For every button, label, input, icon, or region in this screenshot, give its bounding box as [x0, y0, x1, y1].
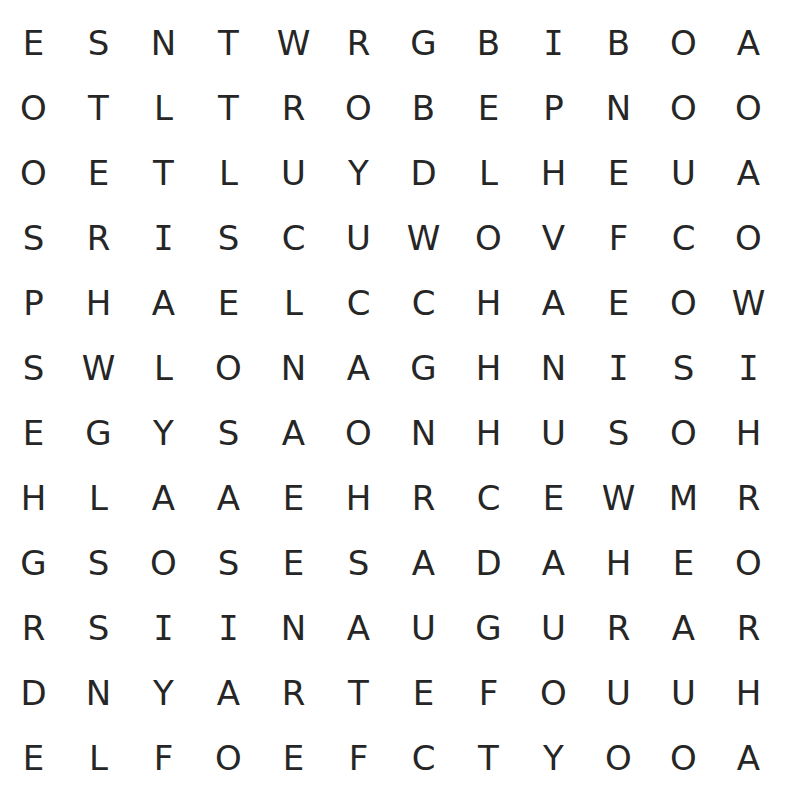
grid-cell-r9c4[interactable]: S	[196, 530, 261, 595]
grid-cell-r2c2[interactable]: T	[66, 75, 131, 140]
grid-cell-r9c3[interactable]: O	[131, 530, 196, 595]
grid-cell-r12c5[interactable]: E	[261, 725, 326, 790]
grid-cell-r1c1[interactable]: E	[1, 10, 66, 75]
grid-cell-r7c5[interactable]: A	[261, 400, 326, 465]
grid-cell-r10c3[interactable]: I	[131, 595, 196, 660]
grid-cell-r12c12[interactable]: A	[716, 725, 781, 790]
grid-cell-r5c5[interactable]: L	[261, 270, 326, 335]
grid-cell-r6c4[interactable]: O	[196, 335, 261, 400]
grid-cell-r11c4[interactable]: A	[196, 660, 261, 725]
grid-cell-r11c9[interactable]: O	[521, 660, 586, 725]
grid-cell-r5c8[interactable]: H	[456, 270, 521, 335]
grid-cell-r9c8[interactable]: D	[456, 530, 521, 595]
grid-cell-r1c10[interactable]: B	[586, 10, 651, 75]
letter-grid: ESNTWRGBIBOAOTLTROBEPNOOOETLUYDLHEUASRIS…	[1, 10, 781, 790]
grid-cell-r4c5[interactable]: C	[261, 205, 326, 270]
grid-cell-r10c11[interactable]: A	[651, 595, 716, 660]
grid-cell-r9c6[interactable]: S	[326, 530, 391, 595]
grid-cell-r11c11[interactable]: U	[651, 660, 716, 725]
grid-cell-r8c6[interactable]: H	[326, 465, 391, 530]
grid-cell-r3c12[interactable]: A	[716, 140, 781, 205]
grid-cell-r1c6[interactable]: R	[326, 10, 391, 75]
grid-cell-r12c6[interactable]: F	[326, 725, 391, 790]
grid-cell-r9c7[interactable]: A	[391, 530, 456, 595]
grid-cell-r3c6[interactable]: Y	[326, 140, 391, 205]
grid-cell-r8c7[interactable]: R	[391, 465, 456, 530]
grid-cell-r5c1[interactable]: P	[1, 270, 66, 335]
grid-cell-r10c7[interactable]: U	[391, 595, 456, 660]
grid-cell-r4c11[interactable]: C	[651, 205, 716, 270]
grid-cell-r8c3[interactable]: A	[131, 465, 196, 530]
grid-cell-r4c2[interactable]: R	[66, 205, 131, 270]
grid-cell-r2c5[interactable]: R	[261, 75, 326, 140]
grid-cell-r11c10[interactable]: U	[586, 660, 651, 725]
grid-cell-r4c6[interactable]: U	[326, 205, 391, 270]
grid-cell-r5c9[interactable]: A	[521, 270, 586, 335]
grid-cell-r4c1[interactable]: S	[1, 205, 66, 270]
grid-cell-r10c8[interactable]: G	[456, 595, 521, 660]
grid-cell-r12c1[interactable]: E	[1, 725, 66, 790]
grid-cell-r8c4[interactable]: A	[196, 465, 261, 530]
grid-cell-r2c6[interactable]: O	[326, 75, 391, 140]
grid-cell-r8c1[interactable]: H	[1, 465, 66, 530]
grid-cell-r12c7[interactable]: C	[391, 725, 456, 790]
grid-cell-r7c10[interactable]: S	[586, 400, 651, 465]
grid-cell-r10c10[interactable]: R	[586, 595, 651, 660]
grid-cell-r12c11[interactable]: O	[651, 725, 716, 790]
grid-cell-r6c6[interactable]: A	[326, 335, 391, 400]
grid-cell-r4c10[interactable]: F	[586, 205, 651, 270]
grid-cell-r5c3[interactable]: A	[131, 270, 196, 335]
grid-cell-r2c3[interactable]: L	[131, 75, 196, 140]
grid-cell-r1c11[interactable]: O	[651, 10, 716, 75]
grid-cell-r2c10[interactable]: N	[586, 75, 651, 140]
grid-cell-r5c6[interactable]: C	[326, 270, 391, 335]
grid-cell-r3c2[interactable]: E	[66, 140, 131, 205]
grid-cell-r9c11[interactable]: E	[651, 530, 716, 595]
grid-cell-r9c10[interactable]: H	[586, 530, 651, 595]
grid-cell-r7c1[interactable]: E	[1, 400, 66, 465]
grid-cell-r10c2[interactable]: S	[66, 595, 131, 660]
grid-cell-r7c6[interactable]: O	[326, 400, 391, 465]
grid-cell-r10c1[interactable]: R	[1, 595, 66, 660]
grid-cell-r1c8[interactable]: B	[456, 10, 521, 75]
grid-cell-r2c11[interactable]: O	[651, 75, 716, 140]
grid-cell-r8c11[interactable]: M	[651, 465, 716, 530]
grid-cell-r3c5[interactable]: U	[261, 140, 326, 205]
grid-cell-r7c2[interactable]: G	[66, 400, 131, 465]
grid-cell-r11c12[interactable]: H	[716, 660, 781, 725]
grid-cell-r9c2[interactable]: S	[66, 530, 131, 595]
grid-cell-r8c12[interactable]: R	[716, 465, 781, 530]
grid-cell-r7c3[interactable]: Y	[131, 400, 196, 465]
grid-cell-r6c1[interactable]: S	[1, 335, 66, 400]
grid-cell-r10c6[interactable]: A	[326, 595, 391, 660]
grid-cell-r5c2[interactable]: H	[66, 270, 131, 335]
grid-cell-r3c11[interactable]: U	[651, 140, 716, 205]
grid-cell-r11c3[interactable]: Y	[131, 660, 196, 725]
grid-cell-r6c12[interactable]: I	[716, 335, 781, 400]
grid-cell-r7c8[interactable]: H	[456, 400, 521, 465]
grid-cell-r7c4[interactable]: S	[196, 400, 261, 465]
grid-cell-r5c7[interactable]: C	[391, 270, 456, 335]
grid-cell-r2c7[interactable]: B	[391, 75, 456, 140]
grid-cell-r12c9[interactable]: Y	[521, 725, 586, 790]
grid-cell-r11c5[interactable]: R	[261, 660, 326, 725]
grid-cell-r6c8[interactable]: H	[456, 335, 521, 400]
grid-cell-r11c6[interactable]: T	[326, 660, 391, 725]
grid-cell-r5c12[interactable]: W	[716, 270, 781, 335]
grid-cell-r4c4[interactable]: S	[196, 205, 261, 270]
grid-cell-r2c4[interactable]: T	[196, 75, 261, 140]
grid-cell-r1c3[interactable]: N	[131, 10, 196, 75]
grid-cell-r10c5[interactable]: N	[261, 595, 326, 660]
grid-cell-r1c9[interactable]: I	[521, 10, 586, 75]
grid-cell-r9c1[interactable]: G	[1, 530, 66, 595]
grid-cell-r11c1[interactable]: D	[1, 660, 66, 725]
grid-cell-r6c2[interactable]: W	[66, 335, 131, 400]
grid-cell-r8c9[interactable]: E	[521, 465, 586, 530]
grid-cell-r4c3[interactable]: I	[131, 205, 196, 270]
grid-cell-r3c7[interactable]: D	[391, 140, 456, 205]
grid-cell-r1c2[interactable]: S	[66, 10, 131, 75]
grid-cell-r2c9[interactable]: P	[521, 75, 586, 140]
grid-cell-r8c10[interactable]: W	[586, 465, 651, 530]
grid-cell-r1c7[interactable]: G	[391, 10, 456, 75]
grid-cell-r7c7[interactable]: N	[391, 400, 456, 465]
grid-cell-r3c1[interactable]: O	[1, 140, 66, 205]
grid-cell-r12c8[interactable]: T	[456, 725, 521, 790]
grid-cell-r5c10[interactable]: E	[586, 270, 651, 335]
grid-cell-r6c10[interactable]: I	[586, 335, 651, 400]
grid-cell-r9c5[interactable]: E	[261, 530, 326, 595]
grid-cell-r7c11[interactable]: O	[651, 400, 716, 465]
grid-cell-r3c9[interactable]: H	[521, 140, 586, 205]
grid-cell-r12c10[interactable]: O	[586, 725, 651, 790]
grid-cell-r3c8[interactable]: L	[456, 140, 521, 205]
grid-cell-r8c8[interactable]: C	[456, 465, 521, 530]
grid-cell-r7c12[interactable]: H	[716, 400, 781, 465]
grid-cell-r11c8[interactable]: F	[456, 660, 521, 725]
grid-cell-r11c2[interactable]: N	[66, 660, 131, 725]
grid-cell-r3c10[interactable]: E	[586, 140, 651, 205]
grid-cell-r4c12[interactable]: O	[716, 205, 781, 270]
word-search-puzzle: ESNTWRGBIBOAOTLTROBEPNOOOETLUYDLHEUASRIS…	[0, 0, 800, 793]
grid-cell-r6c3[interactable]: L	[131, 335, 196, 400]
grid-cell-r9c9[interactable]: A	[521, 530, 586, 595]
grid-cell-r12c2[interactable]: L	[66, 725, 131, 790]
grid-cell-r10c12[interactable]: R	[716, 595, 781, 660]
grid-cell-r6c9[interactable]: N	[521, 335, 586, 400]
grid-cell-r4c8[interactable]: O	[456, 205, 521, 270]
grid-cell-r4c7[interactable]: W	[391, 205, 456, 270]
grid-cell-r11c7[interactable]: E	[391, 660, 456, 725]
grid-cell-r12c4[interactable]: O	[196, 725, 261, 790]
grid-cell-r6c5[interactable]: N	[261, 335, 326, 400]
grid-cell-r2c12[interactable]: O	[716, 75, 781, 140]
grid-cell-r2c1[interactable]: O	[1, 75, 66, 140]
grid-cell-r2c8[interactable]: E	[456, 75, 521, 140]
grid-cell-r1c5[interactable]: W	[261, 10, 326, 75]
grid-cell-r7c9[interactable]: U	[521, 400, 586, 465]
grid-cell-r10c9[interactable]: U	[521, 595, 586, 660]
grid-cell-r5c4[interactable]: E	[196, 270, 261, 335]
grid-cell-r8c5[interactable]: E	[261, 465, 326, 530]
grid-cell-r3c4[interactable]: L	[196, 140, 261, 205]
grid-cell-r4c9[interactable]: V	[521, 205, 586, 270]
grid-cell-r3c3[interactable]: T	[131, 140, 196, 205]
grid-cell-r12c3[interactable]: F	[131, 725, 196, 790]
grid-cell-r1c12[interactable]: A	[716, 10, 781, 75]
grid-cell-r6c7[interactable]: G	[391, 335, 456, 400]
grid-cell-r10c4[interactable]: I	[196, 595, 261, 660]
grid-cell-r8c2[interactable]: L	[66, 465, 131, 530]
grid-cell-r9c12[interactable]: O	[716, 530, 781, 595]
grid-cell-r5c11[interactable]: O	[651, 270, 716, 335]
grid-cell-r1c4[interactable]: T	[196, 10, 261, 75]
grid-cell-r6c11[interactable]: S	[651, 335, 716, 400]
